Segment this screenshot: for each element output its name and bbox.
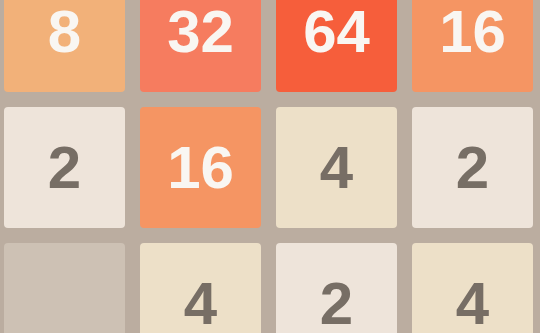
board-grid[interactable]: 832641621642424	[0, 0, 540, 333]
2048-game-viewport: 832641621642424	[0, 0, 540, 333]
tile-8: 8	[4, 0, 125, 92]
tile-2: 2	[4, 107, 125, 228]
empty-cell	[4, 243, 125, 333]
tile-2: 2	[276, 243, 397, 333]
tile-32: 32	[140, 0, 261, 92]
tile-4: 4	[276, 107, 397, 228]
tile-2: 2	[412, 107, 533, 228]
tile-4: 4	[412, 243, 533, 333]
tile-16: 16	[412, 0, 533, 92]
tile-16: 16	[140, 107, 261, 228]
tile-64: 64	[276, 0, 397, 92]
tile-4: 4	[140, 243, 261, 333]
